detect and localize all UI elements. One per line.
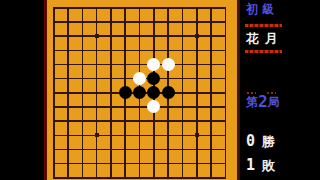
- losses-count: 1: [246, 156, 255, 174]
- losses-row: 1敗: [246, 155, 275, 175]
- wins-row: 0勝: [246, 131, 275, 151]
- game-number-suffix: 局: [268, 95, 280, 109]
- opening-name: 花月: [246, 30, 284, 48]
- black-stone: [162, 86, 175, 99]
- white-stone: [147, 100, 160, 113]
- black-stone: [147, 86, 160, 99]
- game-number-prefix: 第: [246, 95, 258, 109]
- go-board[interactable]: [44, 0, 240, 180]
- white-stone: [133, 72, 146, 85]
- black-stone: [147, 72, 160, 85]
- wins-count: 0: [246, 132, 255, 150]
- game-number: 第2局: [246, 95, 280, 109]
- star-point: [195, 133, 199, 137]
- divider-bottom: [245, 50, 282, 53]
- star-point: [95, 133, 99, 137]
- losses-label: 敗: [262, 158, 275, 173]
- white-stone: [162, 58, 175, 71]
- furigana-mark: [247, 92, 256, 94]
- difficulty-label: 初級: [246, 1, 278, 18]
- white-stone: [147, 58, 160, 71]
- board-grid: [47, 1, 233, 180]
- furigana-mark: [267, 92, 276, 94]
- divider-top: [245, 24, 282, 27]
- black-stone: [133, 86, 146, 99]
- game-number-value: 2: [258, 92, 268, 111]
- black-stone: [119, 86, 132, 99]
- info-panel: 初級 花月 第2局 0勝 1敗: [240, 0, 320, 180]
- wins-label: 勝: [262, 134, 275, 149]
- star-point: [195, 34, 199, 38]
- star-point: [95, 34, 99, 38]
- game-screen: 初級 花月 第2局 0勝 1敗: [0, 0, 320, 180]
